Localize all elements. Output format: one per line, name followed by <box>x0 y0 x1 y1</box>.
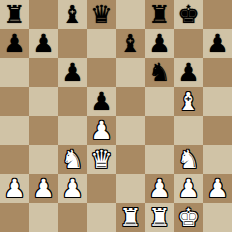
square-h1[interactable] <box>203 203 232 232</box>
square-c7[interactable] <box>58 29 87 58</box>
white-pawn-piece[interactable]: ♟ <box>3 174 25 203</box>
square-e8[interactable] <box>116 0 145 29</box>
square-g6[interactable]: ♟ <box>174 58 203 87</box>
square-b2[interactable]: ♟ <box>29 174 58 203</box>
square-h5[interactable] <box>203 87 232 116</box>
black-queen-piece[interactable]: ♛ <box>90 0 112 29</box>
white-knight-piece[interactable]: ♞ <box>177 145 199 174</box>
black-pawn-piece[interactable]: ♟ <box>61 58 83 87</box>
white-rook-piece[interactable]: ♜ <box>148 203 170 232</box>
white-rook-piece[interactable]: ♜ <box>119 203 141 232</box>
square-e7[interactable]: ♝ <box>116 29 145 58</box>
square-b7[interactable]: ♟ <box>29 29 58 58</box>
square-g4[interactable] <box>174 116 203 145</box>
white-pawn-piece[interactable]: ♟ <box>206 174 228 203</box>
black-pawn-piece[interactable]: ♟ <box>206 29 228 58</box>
square-d8[interactable]: ♛ <box>87 0 116 29</box>
square-a7[interactable]: ♟ <box>0 29 29 58</box>
square-f1[interactable]: ♜ <box>145 203 174 232</box>
square-a8[interactable]: ♜ <box>0 0 29 29</box>
square-f3[interactable] <box>145 145 174 174</box>
black-pawn-piece[interactable]: ♟ <box>148 29 170 58</box>
white-bishop-piece[interactable]: ♝ <box>177 87 199 116</box>
square-f6[interactable]: ♞ <box>145 58 174 87</box>
square-d4[interactable]: ♟ <box>87 116 116 145</box>
square-g7[interactable] <box>174 29 203 58</box>
square-a1[interactable] <box>0 203 29 232</box>
square-c2[interactable]: ♟ <box>58 174 87 203</box>
square-d2[interactable] <box>87 174 116 203</box>
square-c6[interactable]: ♟ <box>58 58 87 87</box>
square-b4[interactable] <box>29 116 58 145</box>
square-g2[interactable]: ♟ <box>174 174 203 203</box>
square-b5[interactable] <box>29 87 58 116</box>
white-pawn-piece[interactable]: ♟ <box>148 174 170 203</box>
square-c8[interactable]: ♝ <box>58 0 87 29</box>
black-bishop-piece[interactable]: ♝ <box>61 0 83 29</box>
square-e6[interactable] <box>116 58 145 87</box>
white-pawn-piece[interactable]: ♟ <box>90 116 112 145</box>
square-d7[interactable] <box>87 29 116 58</box>
square-h2[interactable]: ♟ <box>203 174 232 203</box>
square-b8[interactable] <box>29 0 58 29</box>
square-g5[interactable]: ♝ <box>174 87 203 116</box>
square-f5[interactable] <box>145 87 174 116</box>
white-king-piece[interactable]: ♚ <box>177 203 199 232</box>
square-a4[interactable] <box>0 116 29 145</box>
square-g3[interactable]: ♞ <box>174 145 203 174</box>
square-f7[interactable]: ♟ <box>145 29 174 58</box>
black-pawn-piece[interactable]: ♟ <box>177 58 199 87</box>
square-e2[interactable] <box>116 174 145 203</box>
square-g8[interactable]: ♚ <box>174 0 203 29</box>
black-king-piece[interactable]: ♚ <box>177 0 199 29</box>
square-b6[interactable] <box>29 58 58 87</box>
square-a5[interactable] <box>0 87 29 116</box>
square-f4[interactable] <box>145 116 174 145</box>
chess-board: ♜♝♛♜♚♟♟♝♟♟♟♞♟♟♝♟♞♛♞♟♟♟♟♟♟♜♜♚ <box>0 0 232 232</box>
square-d1[interactable] <box>87 203 116 232</box>
square-b1[interactable] <box>29 203 58 232</box>
square-h6[interactable] <box>203 58 232 87</box>
square-d6[interactable] <box>87 58 116 87</box>
square-e4[interactable] <box>116 116 145 145</box>
white-pawn-piece[interactable]: ♟ <box>32 174 54 203</box>
square-h8[interactable] <box>203 0 232 29</box>
square-a2[interactable]: ♟ <box>0 174 29 203</box>
white-knight-piece[interactable]: ♞ <box>61 145 83 174</box>
black-rook-piece[interactable]: ♜ <box>148 0 170 29</box>
square-h7[interactable]: ♟ <box>203 29 232 58</box>
black-pawn-piece[interactable]: ♟ <box>90 87 112 116</box>
square-h3[interactable] <box>203 145 232 174</box>
square-c1[interactable] <box>58 203 87 232</box>
black-rook-piece[interactable]: ♜ <box>3 0 25 29</box>
black-pawn-piece[interactable]: ♟ <box>3 29 25 58</box>
square-a6[interactable] <box>0 58 29 87</box>
square-e1[interactable]: ♜ <box>116 203 145 232</box>
square-e3[interactable] <box>116 145 145 174</box>
square-c3[interactable]: ♞ <box>58 145 87 174</box>
square-d5[interactable]: ♟ <box>87 87 116 116</box>
black-knight-piece[interactable]: ♞ <box>148 58 170 87</box>
white-pawn-piece[interactable]: ♟ <box>177 174 199 203</box>
square-h4[interactable] <box>203 116 232 145</box>
white-queen-piece[interactable]: ♛ <box>90 145 112 174</box>
square-f2[interactable]: ♟ <box>145 174 174 203</box>
square-b3[interactable] <box>29 145 58 174</box>
square-c5[interactable] <box>58 87 87 116</box>
black-pawn-piece[interactable]: ♟ <box>32 29 54 58</box>
white-pawn-piece[interactable]: ♟ <box>61 174 83 203</box>
square-f8[interactable]: ♜ <box>145 0 174 29</box>
square-e5[interactable] <box>116 87 145 116</box>
square-c4[interactable] <box>58 116 87 145</box>
square-g1[interactable]: ♚ <box>174 203 203 232</box>
black-bishop-piece[interactable]: ♝ <box>119 29 141 58</box>
square-a3[interactable] <box>0 145 29 174</box>
square-d3[interactable]: ♛ <box>87 145 116 174</box>
